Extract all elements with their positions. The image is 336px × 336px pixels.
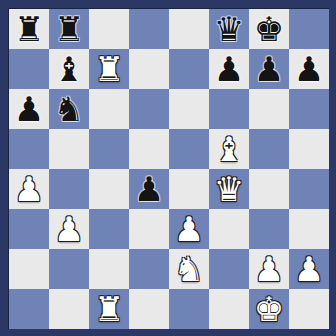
square-h4[interactable] <box>289 169 329 209</box>
square-f8[interactable]: ♛ <box>209 9 249 49</box>
square-c4[interactable] <box>89 169 129 209</box>
square-g8[interactable]: ♚ <box>249 9 289 49</box>
square-b8[interactable]: ♜ <box>49 9 89 49</box>
chess-board: ♜♜♛♚♝♜♟♟♟♟♞♝♟♟♛♟♟♞♟♟♜♚ <box>8 8 329 329</box>
black-pawn[interactable]: ♟ <box>249 49 289 89</box>
black-pawn[interactable]: ♟ <box>9 89 49 129</box>
square-d6[interactable] <box>129 89 169 129</box>
square-f7[interactable]: ♟ <box>209 49 249 89</box>
square-g1[interactable]: ♚ <box>249 289 289 329</box>
square-d3[interactable] <box>129 209 169 249</box>
white-pawn[interactable]: ♟ <box>169 209 209 249</box>
square-a7[interactable] <box>9 49 49 89</box>
square-g4[interactable] <box>249 169 289 209</box>
square-g5[interactable] <box>249 129 289 169</box>
square-a3[interactable] <box>9 209 49 249</box>
black-pawn[interactable]: ♟ <box>209 49 249 89</box>
white-pawn[interactable]: ♟ <box>49 209 89 249</box>
square-d7[interactable] <box>129 49 169 89</box>
square-e4[interactable] <box>169 169 209 209</box>
square-d5[interactable] <box>129 129 169 169</box>
square-a2[interactable] <box>9 249 49 289</box>
square-e6[interactable] <box>169 89 209 129</box>
white-knight[interactable]: ♞ <box>169 249 209 289</box>
square-a6[interactable]: ♟ <box>9 89 49 129</box>
square-h3[interactable] <box>289 209 329 249</box>
square-f6[interactable] <box>209 89 249 129</box>
square-c2[interactable] <box>89 249 129 289</box>
white-pawn[interactable]: ♟ <box>249 249 289 289</box>
square-f4[interactable]: ♛ <box>209 169 249 209</box>
square-b5[interactable] <box>49 129 89 169</box>
square-d8[interactable] <box>129 9 169 49</box>
square-b7[interactable]: ♝ <box>49 49 89 89</box>
white-rook[interactable]: ♜ <box>89 289 129 329</box>
square-g7[interactable]: ♟ <box>249 49 289 89</box>
black-knight[interactable]: ♞ <box>49 89 89 129</box>
square-h7[interactable]: ♟ <box>289 49 329 89</box>
square-a8[interactable]: ♜ <box>9 9 49 49</box>
square-g6[interactable] <box>249 89 289 129</box>
square-a1[interactable] <box>9 289 49 329</box>
board-frame: ♜♜♛♚♝♜♟♟♟♟♞♝♟♟♛♟♟♞♟♟♜♚ <box>0 0 336 336</box>
square-h8[interactable] <box>289 9 329 49</box>
square-f1[interactable] <box>209 289 249 329</box>
black-king[interactable]: ♚ <box>249 9 289 49</box>
square-g2[interactable]: ♟ <box>249 249 289 289</box>
square-b4[interactable] <box>49 169 89 209</box>
square-c6[interactable] <box>89 89 129 129</box>
white-pawn[interactable]: ♟ <box>289 249 329 289</box>
square-f2[interactable] <box>209 249 249 289</box>
square-e7[interactable] <box>169 49 209 89</box>
white-king[interactable]: ♚ <box>249 289 289 329</box>
black-rook[interactable]: ♜ <box>9 9 49 49</box>
square-a4[interactable]: ♟ <box>9 169 49 209</box>
square-h1[interactable] <box>289 289 329 329</box>
square-c3[interactable] <box>89 209 129 249</box>
square-e2[interactable]: ♞ <box>169 249 209 289</box>
square-c7[interactable]: ♜ <box>89 49 129 89</box>
white-pawn[interactable]: ♟ <box>9 169 49 209</box>
square-b6[interactable]: ♞ <box>49 89 89 129</box>
square-f3[interactable] <box>209 209 249 249</box>
square-b2[interactable] <box>49 249 89 289</box>
square-e1[interactable] <box>169 289 209 329</box>
white-bishop[interactable]: ♝ <box>209 129 249 169</box>
square-g3[interactable] <box>249 209 289 249</box>
square-c5[interactable] <box>89 129 129 169</box>
square-h5[interactable] <box>289 129 329 169</box>
square-h2[interactable]: ♟ <box>289 249 329 289</box>
square-c1[interactable]: ♜ <box>89 289 129 329</box>
square-e3[interactable]: ♟ <box>169 209 209 249</box>
black-rook[interactable]: ♜ <box>49 9 89 49</box>
square-a5[interactable] <box>9 129 49 169</box>
square-e5[interactable] <box>169 129 209 169</box>
white-queen[interactable]: ♛ <box>209 169 249 209</box>
square-h6[interactable] <box>289 89 329 129</box>
square-b3[interactable]: ♟ <box>49 209 89 249</box>
square-e8[interactable] <box>169 9 209 49</box>
white-rook[interactable]: ♜ <box>89 49 129 89</box>
black-bishop[interactable]: ♝ <box>49 49 89 89</box>
square-d4[interactable]: ♟ <box>129 169 169 209</box>
square-d2[interactable] <box>129 249 169 289</box>
square-f5[interactable]: ♝ <box>209 129 249 169</box>
black-queen[interactable]: ♛ <box>209 9 249 49</box>
square-b1[interactable] <box>49 289 89 329</box>
black-pawn[interactable]: ♟ <box>129 169 169 209</box>
black-pawn[interactable]: ♟ <box>289 49 329 89</box>
square-d1[interactable] <box>129 289 169 329</box>
square-c8[interactable] <box>89 9 129 49</box>
